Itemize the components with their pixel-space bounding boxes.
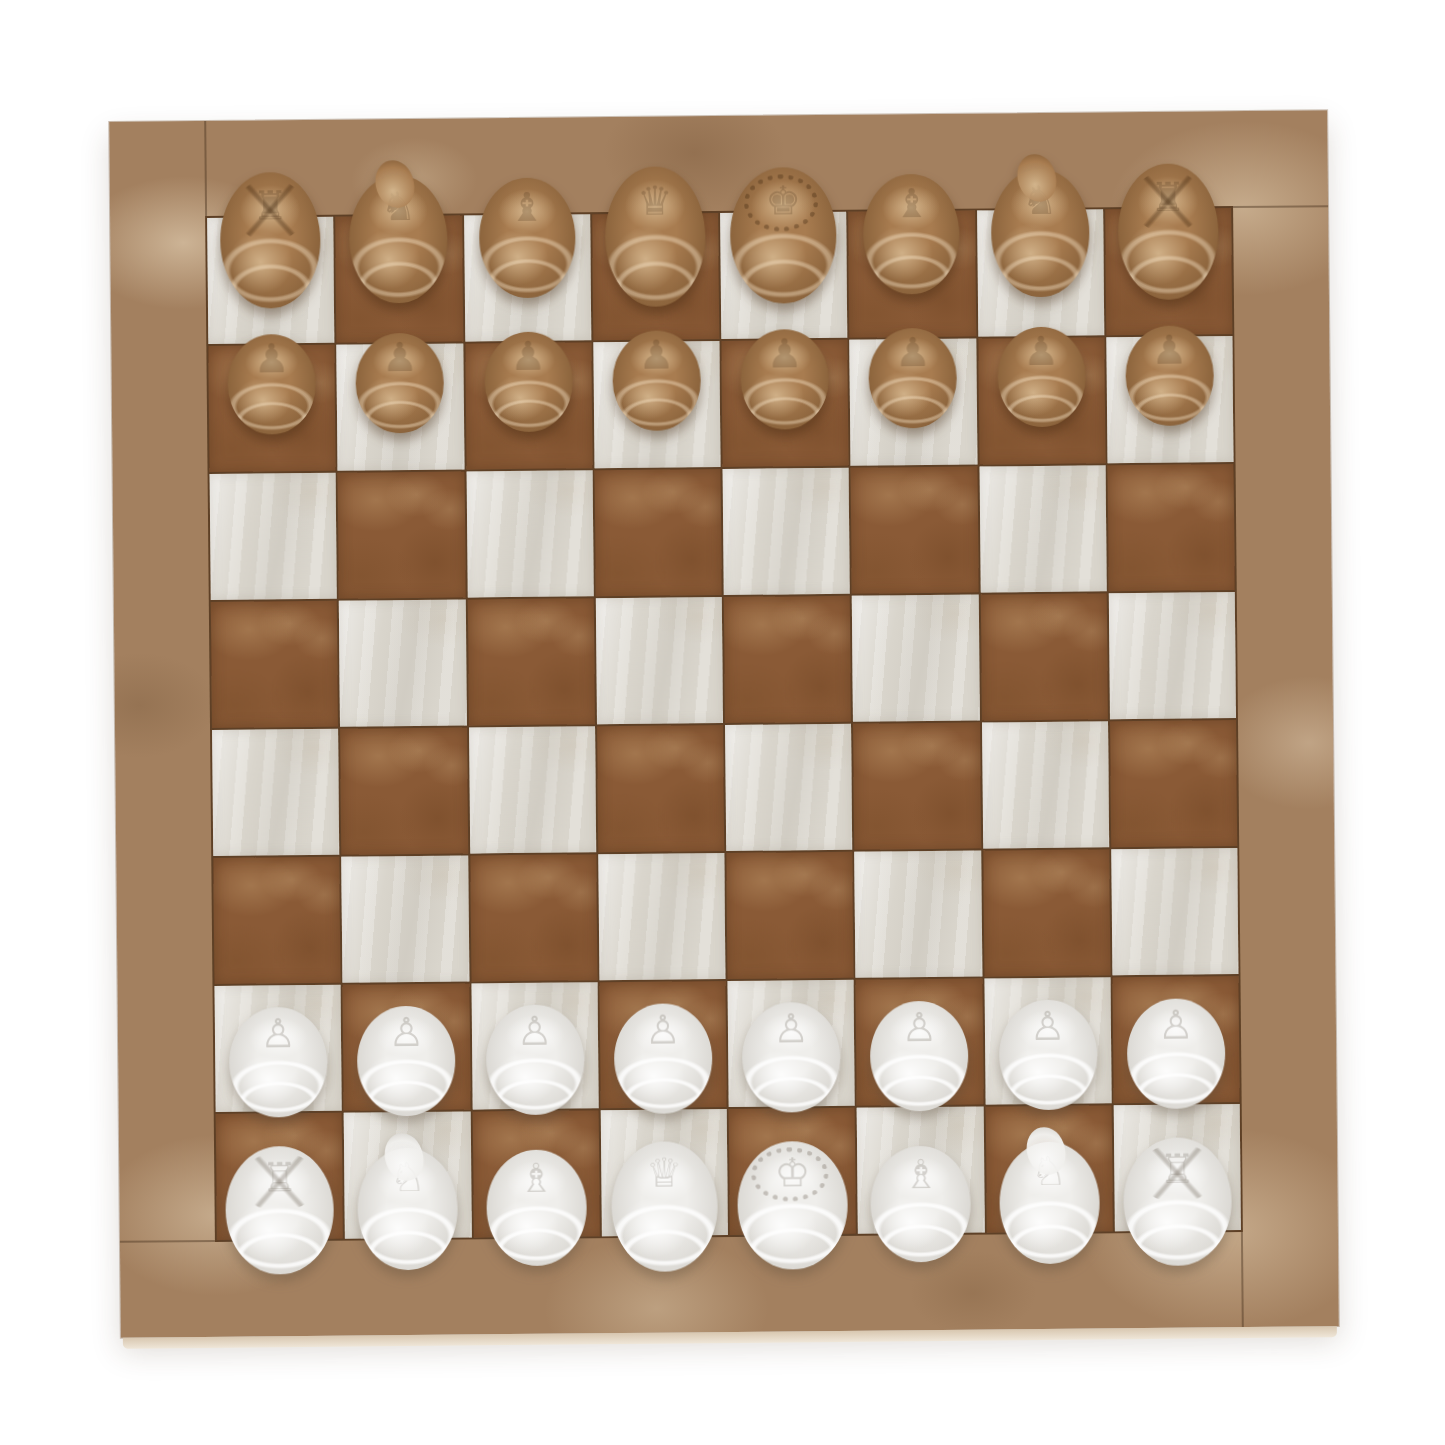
pawn-icon: ♙: [614, 1003, 713, 1114]
square-f3[interactable]: [854, 851, 981, 978]
piece-brown-pawn-d7[interactable]: ♟: [612, 330, 701, 431]
square-g7[interactable]: ♟: [978, 337, 1105, 464]
square-a3[interactable]: [213, 857, 340, 984]
pawn-icon: ♟: [997, 327, 1086, 428]
piece-brown-bishop-c8[interactable]: ♝: [478, 177, 575, 298]
piece-brown-rook-h8[interactable]: ♜: [1118, 163, 1219, 300]
square-f2[interactable]: ♙: [856, 979, 983, 1106]
square-c7[interactable]: ♟: [465, 342, 592, 469]
bishop-icon: ♝: [863, 174, 960, 295]
square-h6[interactable]: [1107, 464, 1234, 591]
piece-brown-pawn-b7[interactable]: ♟: [356, 333, 445, 434]
brown-pawn-glyph: ♟: [766, 333, 802, 373]
square-h3[interactable]: [1111, 848, 1238, 975]
piece-white-pawn-c2[interactable]: ♙: [485, 1004, 584, 1115]
square-g5[interactable]: [980, 593, 1107, 720]
piece-brown-pawn-f7[interactable]: ♟: [869, 328, 958, 429]
bishop-icon: ♝: [478, 177, 575, 298]
square-g3[interactable]: [983, 849, 1110, 976]
square-h2[interactable]: ♙: [1112, 976, 1239, 1103]
pawn-icon: ♙: [870, 1001, 969, 1112]
frame-seam-top-left: [204, 121, 207, 216]
brown-king-glyph: ♚: [765, 180, 801, 220]
square-d7[interactable]: ♟: [593, 341, 720, 468]
square-a8[interactable]: ♜: [207, 217, 334, 344]
square-c8[interactable]: ♝: [464, 214, 591, 341]
piece-white-bishop-f1[interactable]: ♗: [870, 1146, 971, 1263]
frame-seam-bottom-right: [1241, 1232, 1244, 1327]
piece-brown-pawn-c7[interactable]: ♟: [484, 331, 573, 432]
piece-white-pawn-e2[interactable]: ♙: [742, 1002, 841, 1113]
pawn-icon: ♟: [484, 331, 573, 432]
square-f1[interactable]: ♗: [857, 1107, 984, 1234]
square-c5[interactable]: [467, 598, 594, 725]
square-g2[interactable]: ♙: [984, 977, 1111, 1104]
square-e7[interactable]: ♟: [721, 340, 848, 467]
square-b6[interactable]: [338, 471, 465, 598]
chess-board: ♜♞♝♛♚♝♞♜♟♟♟♟♟♟♟♟♙♙♙♙♙♙♙♙♖♘♗♕♔♗♘♖: [109, 110, 1339, 1338]
square-a7[interactable]: ♟: [208, 345, 335, 472]
frame-seam-bottom-left: [120, 1240, 215, 1243]
pawn-icon: ♟: [1125, 325, 1214, 426]
square-d4[interactable]: [597, 725, 724, 852]
piece-brown-knight-b8[interactable]: ♞: [349, 175, 448, 304]
piece-white-pawn-b2[interactable]: ♙: [357, 1006, 456, 1117]
piece-brown-pawn-e7[interactable]: ♟: [740, 329, 829, 430]
frame-seam-top-right: [1233, 205, 1328, 208]
rook-icon: ♖: [225, 1146, 334, 1275]
white-pawn-glyph: ♙: [516, 1011, 552, 1051]
square-a1[interactable]: ♖: [216, 1113, 343, 1240]
brown-pawn-glyph: ♟: [510, 336, 546, 376]
square-c1[interactable]: ♗: [472, 1110, 599, 1237]
square-a5[interactable]: [211, 601, 338, 728]
brown-bishop-glyph: ♝: [509, 186, 545, 226]
square-f6[interactable]: [851, 467, 978, 594]
pawn-icon: ♟: [740, 329, 829, 430]
brown-rook-glyph: ♜: [252, 185, 288, 225]
white-bishop-glyph: ♗: [903, 1154, 939, 1194]
square-d8[interactable]: ♛: [592, 213, 719, 340]
square-b5[interactable]: [339, 599, 466, 726]
king-icon: ♚: [730, 167, 837, 304]
square-e8[interactable]: ♚: [720, 212, 847, 339]
square-g1[interactable]: ♘: [985, 1105, 1112, 1232]
square-c3[interactable]: [470, 854, 597, 981]
square-h7[interactable]: ♟: [1106, 336, 1233, 463]
square-d6[interactable]: [594, 469, 721, 596]
rook-icon: ♖: [1123, 1137, 1232, 1266]
brown-rook-glyph: ♜: [1150, 176, 1186, 216]
brown-pawn-glyph: ♟: [1023, 331, 1059, 371]
piece-white-knight-g1[interactable]: ♘: [999, 1141, 1100, 1264]
piece-white-pawn-f2[interactable]: ♙: [870, 1001, 969, 1112]
piece-white-pawn-h2[interactable]: ♙: [1127, 998, 1226, 1109]
white-pawn-glyph: ♙: [1158, 1005, 1194, 1045]
square-a4[interactable]: [212, 729, 339, 856]
white-rook-glyph: ♖: [261, 1157, 297, 1197]
piece-brown-pawn-g7[interactable]: ♟: [997, 327, 1086, 428]
square-h5[interactable]: [1109, 592, 1236, 719]
square-b2[interactable]: ♙: [343, 983, 470, 1110]
square-h8[interactable]: ♜: [1105, 208, 1232, 335]
piece-brown-knight-g8[interactable]: ♞: [990, 168, 1089, 297]
square-d3[interactable]: [598, 853, 725, 980]
square-b8[interactable]: ♞: [335, 215, 462, 342]
brown-pawn-glyph: ♟: [1151, 330, 1187, 370]
queen-icon: ♛: [605, 166, 706, 307]
white-pawn-glyph: ♙: [388, 1012, 424, 1052]
knight-icon: ♞: [349, 175, 448, 304]
pawn-icon: ♙: [485, 1004, 584, 1115]
piece-brown-rook-a8[interactable]: ♜: [220, 172, 321, 309]
brown-pawn-glyph: ♟: [253, 338, 289, 378]
piece-white-pawn-a2[interactable]: ♙: [229, 1007, 328, 1118]
square-b4[interactable]: [340, 727, 467, 854]
piece-white-knight-b1[interactable]: ♘: [357, 1148, 458, 1271]
square-c4[interactable]: [469, 726, 596, 853]
white-king-glyph: ♔: [774, 1152, 810, 1192]
brown-bishop-glyph: ♝: [893, 183, 929, 223]
piece-white-queen-d1[interactable]: ♕: [611, 1141, 718, 1272]
square-g4[interactable]: [981, 721, 1108, 848]
brown-knight-glyph: ♞: [380, 186, 416, 226]
square-f4[interactable]: [853, 723, 980, 850]
white-knight-glyph: ♘: [390, 1157, 426, 1197]
pawn-icon: ♙: [742, 1002, 841, 1113]
square-e5[interactable]: [724, 596, 851, 723]
square-f8[interactable]: ♝: [848, 211, 975, 338]
photo-background: ♜♞♝♛♚♝♞♜♟♟♟♟♟♟♟♟♙♙♙♙♙♙♙♙♖♘♗♕♔♗♘♖: [0, 0, 1445, 1445]
square-b1[interactable]: ♘: [344, 1111, 471, 1238]
square-a2[interactable]: ♙: [214, 985, 341, 1112]
piece-white-pawn-d2[interactable]: ♙: [614, 1003, 713, 1114]
white-pawn-glyph: ♙: [645, 1010, 681, 1050]
square-g8[interactable]: ♞: [977, 209, 1104, 336]
piece-brown-queen-d8[interactable]: ♛: [605, 166, 706, 307]
pawn-icon: ♟: [356, 333, 445, 434]
square-e3[interactable]: [726, 852, 853, 979]
brown-pawn-glyph: ♟: [382, 337, 418, 377]
king-icon: ♔: [737, 1141, 848, 1270]
square-c2[interactable]: ♙: [471, 982, 598, 1109]
white-rook-glyph: ♖: [1159, 1148, 1195, 1188]
brown-knight-glyph: ♞: [1021, 179, 1057, 219]
square-h4[interactable]: [1110, 720, 1237, 847]
pawn-icon: ♟: [227, 334, 316, 435]
piece-white-bishop-c1[interactable]: ♗: [486, 1149, 587, 1266]
piece-white-rook-h1[interactable]: ♖: [1123, 1137, 1232, 1266]
square-h1[interactable]: ♖: [1113, 1104, 1240, 1231]
square-b3[interactable]: [342, 855, 469, 982]
queen-icon: ♕: [611, 1141, 718, 1272]
knight-icon: ♞: [990, 168, 1089, 297]
square-f7[interactable]: ♟: [850, 339, 977, 466]
piece-white-rook-a1[interactable]: ♖: [225, 1146, 334, 1275]
pawn-icon: ♙: [1127, 998, 1226, 1109]
board-polished-edge: [123, 1326, 1337, 1349]
piece-white-king-e1[interactable]: ♔: [737, 1141, 848, 1270]
white-pawn-glyph: ♙: [773, 1009, 809, 1049]
square-d5[interactable]: [596, 597, 723, 724]
white-pawn-glyph: ♙: [901, 1007, 937, 1047]
knight-icon: ♘: [999, 1141, 1100, 1264]
square-g6[interactable]: [979, 465, 1106, 592]
pawn-icon: ♙: [357, 1006, 456, 1117]
piece-brown-pawn-h7[interactable]: ♟: [1125, 325, 1214, 426]
pawn-icon: ♙: [229, 1007, 328, 1118]
brown-pawn-glyph: ♟: [895, 332, 931, 372]
board-field: ♜♞♝♛♚♝♞♜♟♟♟♟♟♟♟♟♙♙♙♙♙♙♙♙♖♘♗♕♔♗♘♖: [205, 206, 1243, 1242]
pawn-icon: ♟: [869, 328, 958, 429]
rook-icon: ♜: [220, 172, 321, 309]
pawn-icon: ♟: [612, 330, 701, 431]
square-e6[interactable]: [723, 468, 850, 595]
square-a6[interactable]: [210, 473, 337, 600]
brown-queen-glyph: ♛: [637, 180, 673, 220]
white-bishop-glyph: ♗: [518, 1157, 554, 1197]
bishop-icon: ♗: [486, 1149, 587, 1266]
white-knight-glyph: ♘: [1031, 1151, 1067, 1191]
rook-icon: ♜: [1118, 163, 1219, 300]
piece-white-pawn-g2[interactable]: ♙: [998, 999, 1097, 1110]
bishop-icon: ♗: [870, 1146, 971, 1263]
square-f5[interactable]: [852, 595, 979, 722]
square-c6[interactable]: [466, 470, 593, 597]
square-e2[interactable]: ♙: [727, 980, 854, 1107]
white-queen-glyph: ♕: [646, 1153, 682, 1193]
piece-brown-bishop-f8[interactable]: ♝: [863, 174, 960, 295]
pawn-icon: ♙: [998, 999, 1097, 1110]
square-d2[interactable]: ♙: [599, 981, 726, 1108]
square-d1[interactable]: ♕: [600, 1109, 727, 1236]
brown-pawn-glyph: ♟: [638, 334, 674, 374]
white-pawn-glyph: ♙: [260, 1014, 296, 1054]
piece-brown-pawn-a7[interactable]: ♟: [227, 334, 316, 435]
square-e1[interactable]: ♔: [729, 1108, 856, 1235]
white-pawn-glyph: ♙: [1029, 1006, 1065, 1046]
square-b7[interactable]: ♟: [337, 343, 464, 470]
knight-icon: ♘: [357, 1148, 458, 1271]
piece-brown-king-e8[interactable]: ♚: [730, 167, 837, 304]
square-e4[interactable]: [725, 724, 852, 851]
